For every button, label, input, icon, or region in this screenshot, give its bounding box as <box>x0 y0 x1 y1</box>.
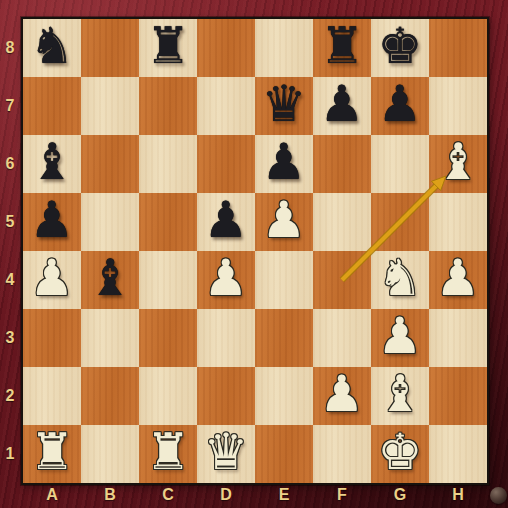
square-h7[interactable] <box>429 77 487 135</box>
piece-white-queen-d1[interactable]: ♛ <box>204 423 249 481</box>
square-b4[interactable]: ♝ <box>81 251 139 309</box>
square-a2[interactable] <box>23 367 81 425</box>
file-label-f: F <box>337 486 347 504</box>
square-f7[interactable]: ♟ <box>313 77 371 135</box>
square-h6[interactable]: ♝ <box>429 135 487 193</box>
piece-white-pawn-a4[interactable]: ♟ <box>30 249 75 307</box>
square-h3[interactable] <box>429 309 487 367</box>
square-c3[interactable] <box>139 309 197 367</box>
square-a6[interactable]: ♝ <box>23 135 81 193</box>
piece-black-queen-e7[interactable]: ♛ <box>262 75 307 133</box>
piece-black-pawn-e6[interactable]: ♟ <box>262 133 307 191</box>
square-c4[interactable] <box>139 251 197 309</box>
square-f2[interactable]: ♟ <box>313 367 371 425</box>
square-d1[interactable]: ♛ <box>197 425 255 483</box>
square-e1[interactable] <box>255 425 313 483</box>
square-e7[interactable]: ♛ <box>255 77 313 135</box>
rank-label-8: 8 <box>6 39 15 57</box>
square-d3[interactable] <box>197 309 255 367</box>
square-a7[interactable] <box>23 77 81 135</box>
square-b5[interactable] <box>81 193 139 251</box>
piece-black-king-g8[interactable]: ♚ <box>378 17 423 75</box>
square-e2[interactable] <box>255 367 313 425</box>
rank-label-7: 7 <box>6 97 15 115</box>
square-f6[interactable] <box>313 135 371 193</box>
piece-white-rook-c1[interactable]: ♜ <box>146 423 191 481</box>
square-g6[interactable] <box>371 135 429 193</box>
square-d6[interactable] <box>197 135 255 193</box>
square-a3[interactable] <box>23 309 81 367</box>
piece-white-pawn-d4[interactable]: ♟ <box>204 249 249 307</box>
square-c6[interactable] <box>139 135 197 193</box>
square-f8[interactable]: ♜ <box>313 19 371 77</box>
square-e3[interactable] <box>255 309 313 367</box>
square-b6[interactable] <box>81 135 139 193</box>
piece-black-pawn-f7[interactable]: ♟ <box>320 75 365 133</box>
piece-black-rook-c8[interactable]: ♜ <box>146 17 191 75</box>
rank-label-4: 4 <box>6 271 15 289</box>
square-e4[interactable] <box>255 251 313 309</box>
piece-white-bishop-g2[interactable]: ♝ <box>378 365 423 423</box>
square-g7[interactable]: ♟ <box>371 77 429 135</box>
piece-black-bishop-a6[interactable]: ♝ <box>30 133 75 191</box>
square-h8[interactable] <box>429 19 487 77</box>
square-h1[interactable] <box>429 425 487 483</box>
file-label-a: A <box>46 486 58 504</box>
square-g4[interactable]: ♞ <box>371 251 429 309</box>
square-d5[interactable]: ♟ <box>197 193 255 251</box>
piece-black-rook-f8[interactable]: ♜ <box>320 17 365 75</box>
square-c2[interactable] <box>139 367 197 425</box>
chess-board: ♞♜♜♚♛♟♟♝♟♝♟♟♟♟♝♟♞♟♟♟♝♜♜♛♚ <box>21 17 489 485</box>
piece-white-pawn-f2[interactable]: ♟ <box>320 365 365 423</box>
square-h2[interactable] <box>429 367 487 425</box>
piece-black-pawn-d5[interactable]: ♟ <box>204 191 249 249</box>
piece-white-knight-g4[interactable]: ♞ <box>378 249 423 307</box>
piece-white-pawn-h4[interactable]: ♟ <box>436 249 481 307</box>
square-b2[interactable] <box>81 367 139 425</box>
piece-black-knight-a8[interactable]: ♞ <box>30 17 75 75</box>
square-d7[interactable] <box>197 77 255 135</box>
square-a8[interactable]: ♞ <box>23 19 81 77</box>
square-f3[interactable] <box>313 309 371 367</box>
file-label-c: C <box>162 486 174 504</box>
square-c5[interactable] <box>139 193 197 251</box>
square-c1[interactable]: ♜ <box>139 425 197 483</box>
file-label-d: D <box>220 486 232 504</box>
file-label-g: G <box>394 486 406 504</box>
square-f5[interactable] <box>313 193 371 251</box>
piece-white-king-g1[interactable]: ♚ <box>378 423 423 481</box>
square-a1[interactable]: ♜ <box>23 425 81 483</box>
rank-label-3: 3 <box>6 329 15 347</box>
square-e8[interactable] <box>255 19 313 77</box>
file-label-h: H <box>452 486 464 504</box>
square-b7[interactable] <box>81 77 139 135</box>
square-a4[interactable]: ♟ <box>23 251 81 309</box>
rank-label-5: 5 <box>6 213 15 231</box>
square-e5[interactable]: ♟ <box>255 193 313 251</box>
square-h4[interactable]: ♟ <box>429 251 487 309</box>
rank-label-2: 2 <box>6 387 15 405</box>
square-g5[interactable] <box>371 193 429 251</box>
file-label-e: E <box>279 486 290 504</box>
piece-white-pawn-e5[interactable]: ♟ <box>262 191 307 249</box>
square-g3[interactable]: ♟ <box>371 309 429 367</box>
rank-label-6: 6 <box>6 155 15 173</box>
square-a5[interactable]: ♟ <box>23 193 81 251</box>
piece-white-pawn-g3[interactable]: ♟ <box>378 307 423 365</box>
square-d4[interactable]: ♟ <box>197 251 255 309</box>
square-f1[interactable] <box>313 425 371 483</box>
square-f4[interactable] <box>313 251 371 309</box>
piece-black-pawn-a5[interactable]: ♟ <box>30 191 75 249</box>
file-label-b: B <box>104 486 116 504</box>
square-g1[interactable]: ♚ <box>371 425 429 483</box>
square-g8[interactable]: ♚ <box>371 19 429 77</box>
piece-white-rook-a1[interactable]: ♜ <box>30 423 75 481</box>
piece-black-pawn-g7[interactable]: ♟ <box>378 75 423 133</box>
piece-black-bishop-b4[interactable]: ♝ <box>88 249 133 307</box>
square-b3[interactable] <box>81 309 139 367</box>
square-c7[interactable] <box>139 77 197 135</box>
square-c8[interactable]: ♜ <box>139 19 197 77</box>
square-g2[interactable]: ♝ <box>371 367 429 425</box>
square-h5[interactable] <box>429 193 487 251</box>
frame-knob <box>490 487 507 504</box>
square-d8[interactable] <box>197 19 255 77</box>
square-e6[interactable]: ♟ <box>255 135 313 193</box>
rank-label-1: 1 <box>6 445 15 463</box>
board-frame: ♞♜♜♚♛♟♟♝♟♝♟♟♟♟♝♟♞♟♟♟♝♜♜♛♚ 87654321ABCDEF… <box>0 0 508 508</box>
piece-white-bishop-h6[interactable]: ♝ <box>436 133 481 191</box>
square-b8[interactable] <box>81 19 139 77</box>
square-b1[interactable] <box>81 425 139 483</box>
square-d2[interactable] <box>197 367 255 425</box>
